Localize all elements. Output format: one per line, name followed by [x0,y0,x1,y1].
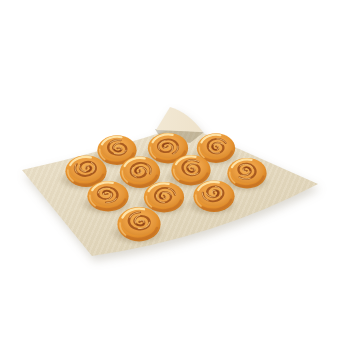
cinnamon-roll-graphic [117,206,161,242]
buns-layer [0,0,350,350]
cinnamon-roll [117,206,161,242]
cinnamon-roll-graphic [193,180,235,213]
cinnamon-roll [193,180,235,213]
scene [0,0,350,350]
